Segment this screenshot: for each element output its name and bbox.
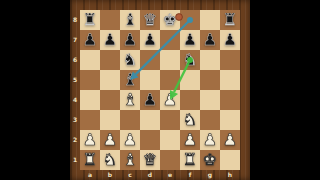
- square-g1[interactable]: ♚: [200, 150, 220, 170]
- square-h7[interactable]: ♟: [220, 30, 240, 50]
- square-c2[interactable]: ♟: [120, 130, 140, 150]
- square-h6[interactable]: [220, 50, 240, 70]
- square-b1[interactable]: ♞: [100, 150, 120, 170]
- right-black-bar: [250, 0, 320, 180]
- file-label-h: h: [220, 170, 240, 180]
- square-f6[interactable]: ♞: [180, 50, 200, 70]
- square-g3[interactable]: [200, 110, 220, 130]
- piece-black-bishop[interactable]: ♝: [120, 10, 140, 30]
- square-g4[interactable]: [200, 90, 220, 110]
- board-squares: ♜♝♛♚♜♟♟♟♟♟♟♟♞♞♝♝♟♟♞♟♟♟♟♟♟♜♞♝♛♜♚: [80, 10, 240, 170]
- square-c8[interactable]: ♝: [120, 10, 140, 30]
- square-h5[interactable]: [220, 70, 240, 90]
- file-label-c: c: [120, 170, 140, 180]
- piece-black-bishop[interactable]: ♝: [120, 70, 140, 90]
- square-c7[interactable]: ♟: [120, 30, 140, 50]
- piece-black-pawn[interactable]: ♟: [200, 30, 220, 50]
- square-f2[interactable]: ♟: [180, 130, 200, 150]
- square-f3[interactable]: ♞: [180, 110, 200, 130]
- square-a4[interactable]: [80, 90, 100, 110]
- square-f7[interactable]: ♟: [180, 30, 200, 50]
- piece-black-pawn[interactable]: ♟: [140, 90, 160, 110]
- square-c5[interactable]: ♝: [120, 70, 140, 90]
- square-g7[interactable]: ♟: [200, 30, 220, 50]
- file-label-b: b: [100, 170, 120, 180]
- rank-label-5: 5: [70, 70, 80, 90]
- piece-black-rook[interactable]: ♜: [80, 10, 100, 30]
- square-a8[interactable]: ♜: [80, 10, 100, 30]
- square-d7[interactable]: ♟: [140, 30, 160, 50]
- square-g5[interactable]: [200, 70, 220, 90]
- rank-label-4: 4: [70, 90, 80, 110]
- piece-white-rook[interactable]: ♜: [80, 150, 100, 170]
- square-d1[interactable]: ♛: [140, 150, 160, 170]
- square-f4[interactable]: [180, 90, 200, 110]
- piece-white-knight[interactable]: ♞: [100, 150, 120, 170]
- square-e1[interactable]: [160, 150, 180, 170]
- square-h8[interactable]: ♜: [220, 10, 240, 30]
- square-h2[interactable]: ♟: [220, 130, 240, 150]
- piece-black-pawn[interactable]: ♟: [180, 30, 200, 50]
- rank-label-1: 1: [70, 150, 80, 170]
- piece-white-king[interactable]: ♚: [200, 150, 220, 170]
- square-a7[interactable]: ♟: [80, 30, 100, 50]
- square-a2[interactable]: ♟: [80, 130, 100, 150]
- piece-white-pawn[interactable]: ♟: [160, 90, 180, 110]
- square-d5[interactable]: [140, 70, 160, 90]
- chess-app-screen: 87654321 abcdefgh ♜♝♛♚♜♟♟♟♟♟♟♟♞♞♝♝♟♟♞♟♟♟…: [0, 0, 320, 180]
- left-black-bar: [0, 0, 70, 180]
- board-frame: 87654321 abcdefgh ♜♝♛♚♜♟♟♟♟♟♟♟♞♞♝♝♟♟♞♟♟♟…: [70, 0, 250, 180]
- square-d4[interactable]: ♟: [140, 90, 160, 110]
- piece-black-knight[interactable]: ♞: [180, 50, 200, 70]
- square-b4[interactable]: [100, 90, 120, 110]
- square-c6[interactable]: ♞: [120, 50, 140, 70]
- square-a3[interactable]: [80, 110, 100, 130]
- square-e8[interactable]: ♚: [160, 10, 180, 30]
- square-b2[interactable]: ♟: [100, 130, 120, 150]
- square-e5[interactable]: [160, 70, 180, 90]
- square-f5[interactable]: [180, 70, 200, 90]
- rank-label-3: 3: [70, 110, 80, 130]
- square-b6[interactable]: [100, 50, 120, 70]
- rank-label-2: 2: [70, 130, 80, 150]
- piece-white-queen[interactable]: ♛: [140, 150, 160, 170]
- square-g2[interactable]: ♟: [200, 130, 220, 150]
- piece-white-pawn[interactable]: ♟: [180, 130, 200, 150]
- piece-black-pawn[interactable]: ♟: [100, 30, 120, 50]
- square-a6[interactable]: [80, 50, 100, 70]
- square-d8[interactable]: ♛: [140, 10, 160, 30]
- file-label-d: d: [140, 170, 160, 180]
- piece-black-knight[interactable]: ♞: [120, 50, 140, 70]
- piece-black-rook[interactable]: ♜: [220, 10, 240, 30]
- square-d3[interactable]: [140, 110, 160, 130]
- square-d6[interactable]: [140, 50, 160, 70]
- file-labels: abcdefgh: [80, 170, 240, 180]
- piece-white-pawn[interactable]: ♟: [100, 130, 120, 150]
- piece-black-pawn[interactable]: ♟: [80, 30, 100, 50]
- piece-white-rook[interactable]: ♜: [180, 150, 200, 170]
- piece-white-bishop[interactable]: ♝: [120, 150, 140, 170]
- square-b5[interactable]: [100, 70, 120, 90]
- square-e4[interactable]: ♟: [160, 90, 180, 110]
- rank-label-6: 6: [70, 50, 80, 70]
- rank-label-7: 7: [70, 30, 80, 50]
- square-h4[interactable]: [220, 90, 240, 110]
- square-d2[interactable]: [140, 130, 160, 150]
- square-e6[interactable]: [160, 50, 180, 70]
- square-a5[interactable]: [80, 70, 100, 90]
- square-b8[interactable]: [100, 10, 120, 30]
- file-label-g: g: [200, 170, 220, 180]
- file-label-e: e: [160, 170, 180, 180]
- piece-black-queen[interactable]: ♛: [140, 10, 160, 30]
- piece-black-pawn[interactable]: ♟: [220, 30, 240, 50]
- piece-black-pawn[interactable]: ♟: [140, 30, 160, 50]
- piece-white-knight[interactable]: ♞: [180, 110, 200, 130]
- square-g6[interactable]: [200, 50, 220, 70]
- square-c3[interactable]: [120, 110, 140, 130]
- square-g8[interactable]: [200, 10, 220, 30]
- rank-labels: 87654321: [70, 10, 80, 170]
- rank-label-8: 8: [70, 10, 80, 30]
- square-c1[interactable]: ♝: [120, 150, 140, 170]
- square-e2[interactable]: [160, 130, 180, 150]
- square-b3[interactable]: [100, 110, 120, 130]
- square-c4[interactable]: ♝: [120, 90, 140, 110]
- piece-white-pawn[interactable]: ♟: [220, 130, 240, 150]
- piece-black-king[interactable]: ♚: [160, 10, 180, 30]
- piece-white-pawn[interactable]: ♟: [200, 130, 220, 150]
- file-label-a: a: [80, 170, 100, 180]
- square-b7[interactable]: ♟: [100, 30, 120, 50]
- square-h3[interactable]: [220, 110, 240, 130]
- piece-white-pawn[interactable]: ♟: [80, 130, 100, 150]
- square-h1[interactable]: [220, 150, 240, 170]
- square-a1[interactable]: ♜: [80, 150, 100, 170]
- square-f1[interactable]: ♜: [180, 150, 200, 170]
- piece-white-bishop[interactable]: ♝: [120, 90, 140, 110]
- file-label-f: f: [180, 170, 200, 180]
- square-e7[interactable]: [160, 30, 180, 50]
- square-e3[interactable]: [160, 110, 180, 130]
- square-f8[interactable]: [180, 10, 200, 30]
- piece-black-pawn[interactable]: ♟: [120, 30, 140, 50]
- piece-white-pawn[interactable]: ♟: [120, 130, 140, 150]
